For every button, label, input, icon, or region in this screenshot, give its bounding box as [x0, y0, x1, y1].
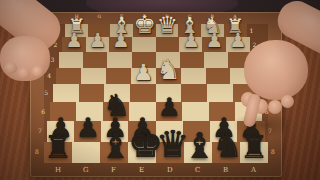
- hand-shadow: [232, 112, 294, 138]
- chess-board: ♜♝♚♛♝♞♜♟♟♟♟♟♟♟♞♟♞♟♟♟♟♟♟♜♝♚♛♝♞♜: [44, 24, 268, 163]
- square-c2: [179, 37, 203, 52]
- square-h1: [65, 24, 88, 38]
- square-d2: [156, 37, 180, 52]
- square-g2: [86, 37, 110, 52]
- square-c7: [183, 121, 211, 142]
- right-finger-curl-3: [268, 100, 282, 114]
- square-d7: [156, 121, 184, 142]
- square-f2: [109, 37, 133, 52]
- square-a2: [226, 37, 250, 52]
- square-e8: [128, 142, 157, 164]
- square-h3: [59, 52, 84, 68]
- square-f1: [110, 24, 133, 38]
- square-d5: [156, 84, 182, 102]
- square-f4: [106, 68, 132, 85]
- square-b5: [207, 84, 233, 102]
- square-f6: [103, 102, 130, 122]
- right-finger-curl-4: [281, 95, 294, 108]
- square-c4: [181, 68, 207, 85]
- square-b3: [204, 52, 229, 68]
- square-e5: [130, 84, 156, 102]
- square-d8: [156, 142, 185, 164]
- square-f8: [100, 142, 129, 164]
- square-h7: [47, 121, 75, 142]
- square-c1: [178, 24, 201, 38]
- square-a1: [224, 24, 247, 38]
- square-b1: [201, 24, 224, 38]
- square-e6: [129, 102, 156, 122]
- video-frame: ♜♝♚♛♝♞♜♟♟♟♟♟♟♟♞♟♞♟♟♟♟♟♟♜♝♚♛♝♞♜ 112233445…: [0, 0, 320, 180]
- square-c5: [181, 84, 207, 102]
- left-knuckle-1: [4, 62, 17, 74]
- square-c3: [180, 52, 205, 68]
- square-g7: [74, 121, 102, 142]
- square-g5: [79, 84, 105, 102]
- square-g4: [81, 68, 107, 85]
- square-f3: [107, 52, 132, 68]
- square-e3: [132, 52, 157, 68]
- square-d1: [156, 24, 179, 38]
- square-b4: [206, 68, 232, 85]
- square-d4: [156, 68, 182, 85]
- left-knuckle-3: [31, 66, 43, 77]
- square-d6: [156, 102, 183, 122]
- square-g1: [88, 24, 111, 38]
- square-f5: [104, 84, 130, 102]
- square-e1: [133, 24, 156, 38]
- square-e2: [132, 37, 156, 52]
- square-c8: [184, 142, 213, 164]
- square-h4: [56, 68, 82, 85]
- square-g6: [76, 102, 103, 122]
- square-e7: [128, 121, 156, 142]
- square-h2: [62, 37, 86, 52]
- square-h5: [53, 84, 79, 102]
- right-palm: [244, 40, 308, 100]
- square-a8: [240, 142, 269, 164]
- square-f7: [101, 121, 129, 142]
- square-h8: [44, 142, 73, 164]
- left-knuckle-2: [17, 67, 30, 79]
- square-d3: [156, 52, 181, 68]
- square-c6: [182, 102, 209, 122]
- square-h6: [50, 102, 77, 122]
- square-g3: [83, 52, 108, 68]
- square-e4: [131, 68, 157, 85]
- square-b8: [212, 142, 241, 164]
- square-g8: [72, 142, 101, 164]
- square-b2: [202, 37, 226, 52]
